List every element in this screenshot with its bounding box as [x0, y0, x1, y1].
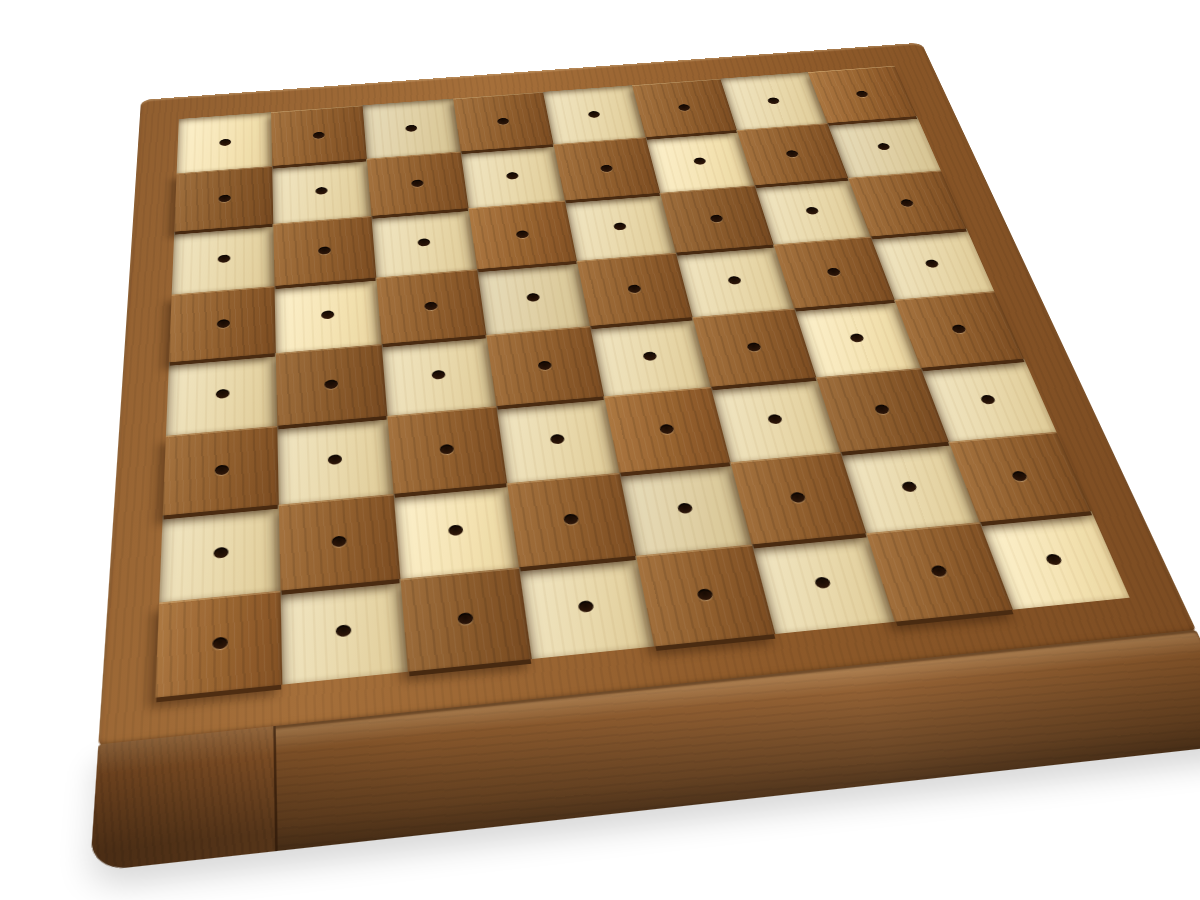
square-a8 — [177, 112, 273, 173]
square-c3 — [387, 406, 507, 494]
peg-hole — [899, 199, 914, 207]
peg-hole — [312, 131, 324, 139]
square-c5 — [376, 269, 486, 344]
peg-hole — [549, 433, 564, 444]
peg-hole — [515, 230, 529, 239]
peg-hole — [785, 150, 799, 158]
peg-hole — [848, 333, 864, 343]
square-c6 — [371, 208, 477, 277]
peg-hole — [577, 600, 594, 613]
square-e8 — [543, 85, 646, 144]
peg-hole — [562, 513, 578, 525]
peg-hole — [677, 104, 690, 111]
peg-hole — [727, 276, 742, 285]
square-a1 — [155, 591, 282, 698]
peg-hole — [218, 194, 230, 202]
peg-hole — [826, 267, 841, 276]
square-b2 — [279, 494, 401, 591]
peg-hole — [1044, 553, 1063, 565]
square-a3 — [163, 426, 279, 516]
peg-hole — [746, 342, 761, 352]
peg-hole — [804, 206, 818, 214]
peg-hole — [876, 143, 890, 151]
peg-hole — [696, 588, 713, 601]
square-a4 — [166, 353, 277, 436]
peg-hole — [321, 310, 334, 319]
square-d6 — [469, 200, 577, 269]
square-c8 — [363, 99, 461, 159]
square-e2 — [619, 462, 751, 555]
square-d3 — [496, 396, 619, 483]
square-a2 — [159, 505, 280, 603]
peg-hole — [979, 394, 996, 404]
peg-hole — [612, 222, 626, 231]
peg-hole — [318, 246, 331, 255]
square-b7 — [272, 159, 371, 224]
peg-hole — [215, 388, 229, 398]
square-b3 — [277, 416, 393, 505]
square-h8 — [808, 66, 917, 123]
peg-hole — [214, 464, 228, 475]
peg-hole — [331, 535, 346, 547]
board-frame — [98, 43, 1197, 747]
peg-hole — [900, 481, 917, 492]
peg-hole — [496, 117, 509, 124]
peg-hole — [627, 284, 641, 293]
peg-hole — [447, 524, 463, 536]
peg-hole — [1010, 470, 1028, 481]
peg-hole — [405, 124, 417, 132]
peg-hole — [537, 360, 552, 370]
peg-hole — [642, 351, 657, 361]
square-a6 — [172, 224, 275, 295]
peg-hole — [766, 414, 782, 425]
peg-hole — [766, 97, 779, 104]
square-d2 — [507, 473, 636, 568]
peg-hole — [873, 404, 890, 415]
board-grid — [155, 66, 1129, 698]
peg-hole — [217, 254, 230, 263]
peg-hole — [216, 319, 229, 329]
peg-hole — [424, 301, 438, 310]
square-d1 — [519, 556, 654, 659]
peg-hole — [813, 576, 831, 589]
peg-hole — [411, 179, 424, 187]
square-c2 — [394, 483, 519, 579]
square-f8 — [632, 79, 737, 138]
square-d8 — [453, 92, 553, 152]
square-e6 — [565, 193, 676, 261]
peg-hole — [709, 214, 723, 222]
square-d7 — [461, 144, 565, 208]
peg-hole — [950, 324, 966, 334]
photo-background — [0, 0, 1200, 900]
square-f7 — [646, 130, 755, 193]
peg-hole — [599, 164, 612, 172]
peg-hole — [315, 187, 327, 195]
peg-hole — [658, 423, 674, 434]
peg-hole — [929, 564, 947, 576]
square-f4 — [693, 308, 817, 386]
square-c7 — [367, 151, 469, 216]
square-d5 — [477, 261, 590, 335]
square-e5 — [577, 253, 693, 326]
square-e4 — [590, 317, 711, 396]
square-a7 — [174, 166, 273, 232]
peg-hole — [457, 612, 473, 625]
square-e7 — [554, 137, 661, 200]
peg-hole — [335, 624, 351, 637]
peg-hole — [526, 293, 540, 302]
peg-hole — [587, 110, 600, 117]
peg-hole — [324, 379, 338, 389]
square-b6 — [273, 216, 376, 286]
peg-hole — [924, 259, 939, 268]
chess-board — [90, 43, 1200, 874]
square-h6 — [848, 170, 966, 236]
peg-hole — [855, 90, 869, 97]
square-b4 — [276, 344, 388, 426]
peg-hole — [692, 157, 706, 165]
peg-hole — [789, 491, 806, 503]
peg-hole — [431, 369, 445, 379]
peg-hole — [417, 238, 430, 247]
square-f6 — [660, 185, 773, 252]
square-c4 — [382, 335, 497, 416]
peg-hole — [212, 636, 228, 649]
peg-hole — [505, 172, 518, 180]
peg-hole — [219, 138, 231, 146]
peg-hole — [439, 443, 454, 454]
peg-hole — [327, 454, 342, 465]
square-b1 — [281, 579, 408, 685]
square-b5 — [275, 278, 382, 354]
peg-hole — [676, 502, 693, 514]
square-d4 — [486, 326, 604, 406]
square-e1 — [636, 544, 775, 646]
square-a5 — [169, 286, 276, 362]
square-b8 — [271, 105, 367, 166]
square-c1 — [400, 567, 531, 672]
peg-hole — [213, 546, 228, 558]
square-e3 — [604, 387, 730, 473]
